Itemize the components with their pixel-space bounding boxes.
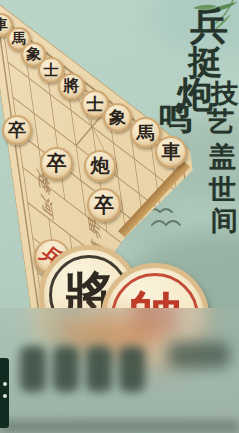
- xiangqi-promo-screen: 楚河 漢界 車 馬 象 士 將 士 象 馬 車 卒 卒 炮 卒 兵 將 帥 兵 …: [0, 0, 239, 433]
- calligraphy-char: 艺: [207, 108, 234, 135]
- calligraphy-char: 盖: [209, 143, 236, 170]
- piece-black-soldier-2[interactable]: 卒: [40, 147, 73, 180]
- blurred-text: [53, 346, 79, 392]
- tab-dot: [3, 394, 7, 398]
- blurred-bottom-panel: [0, 308, 239, 433]
- blurred-bottom-strip: [0, 420, 239, 433]
- piece-black-chariot-right[interactable]: 車: [155, 136, 187, 168]
- blurred-text: [86, 346, 112, 392]
- piece-black-soldier-3[interactable]: 卒: [87, 188, 121, 222]
- side-tab-blurred[interactable]: [0, 358, 9, 428]
- blurred-text: [20, 346, 46, 392]
- piece-black-cannon[interactable]: 炮: [84, 150, 116, 182]
- blurred-button: [168, 342, 230, 368]
- calligraphy-char: 技: [211, 80, 238, 107]
- piece-black-soldier-1[interactable]: 卒: [2, 115, 32, 145]
- blurred-text: [119, 346, 145, 392]
- calligraphy-char: 间: [211, 207, 238, 234]
- calligraphy-char: 鸣: [159, 101, 192, 134]
- calligraphy-char: 世: [209, 176, 236, 203]
- calligraphy-char: 兵: [190, 7, 228, 45]
- piece-black-general[interactable]: 將: [58, 73, 85, 100]
- piece-black-elephant-right[interactable]: 象: [103, 103, 132, 132]
- tab-dot: [3, 382, 7, 386]
